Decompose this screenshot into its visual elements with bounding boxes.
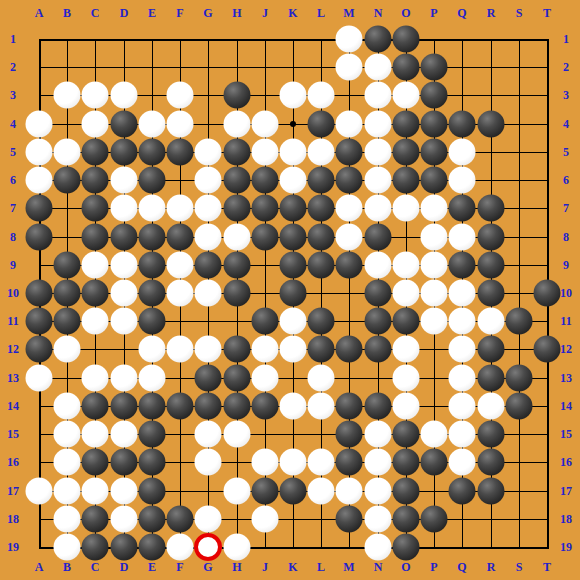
intersection-J10[interactable]	[251, 279, 279, 307]
white-stone-N16	[365, 449, 392, 476]
white-stone-P11	[421, 308, 448, 335]
col-label-top-G: G	[203, 7, 212, 19]
intersection-N13[interactable]	[364, 364, 392, 392]
intersection-F13[interactable]	[166, 364, 194, 392]
white-stone-G10	[195, 280, 222, 307]
intersection-H11[interactable]	[223, 307, 251, 335]
intersection-B4[interactable]	[53, 110, 81, 138]
col-label-top-B: B	[63, 7, 71, 19]
white-stone-K14	[280, 393, 307, 420]
white-stone-G8	[195, 224, 222, 251]
intersection-A1[interactable]	[25, 25, 53, 53]
black-stone-F18	[167, 506, 194, 533]
intersection-M11[interactable]	[335, 307, 363, 335]
intersection-J15[interactable]	[251, 420, 279, 448]
black-stone-N10	[365, 280, 392, 307]
black-stone-A8	[26, 224, 53, 251]
white-stone-A4	[26, 111, 53, 138]
white-stone-R14	[478, 393, 505, 420]
intersection-T15[interactable]	[533, 420, 561, 448]
col-label-bottom-D: D	[120, 561, 129, 573]
intersection-J19[interactable]	[251, 533, 279, 561]
white-stone-L13	[308, 365, 335, 392]
white-stone-H4	[224, 111, 251, 138]
black-stone-C5	[82, 139, 109, 166]
black-stone-O5	[393, 139, 420, 166]
black-stone-E16	[139, 449, 166, 476]
col-label-bottom-L: L	[317, 561, 325, 573]
black-stone-J17	[252, 478, 279, 505]
intersection-G11[interactable]	[194, 307, 222, 335]
intersection-S2[interactable]	[505, 53, 533, 81]
col-label-bottom-N: N	[374, 561, 383, 573]
row-label-right-7: 7	[563, 202, 569, 214]
intersection-T18[interactable]	[533, 505, 561, 533]
white-stone-Q13	[449, 365, 476, 392]
black-stone-N14	[365, 393, 392, 420]
white-stone-D10	[111, 280, 138, 307]
row-label-right-6: 6	[563, 174, 569, 186]
black-stone-G14	[195, 393, 222, 420]
white-stone-J5	[252, 139, 279, 166]
black-stone-E15	[139, 421, 166, 448]
intersection-L2[interactable]	[307, 53, 335, 81]
white-stone-G5	[195, 139, 222, 166]
black-stone-N11	[365, 308, 392, 335]
intersection-T17[interactable]	[533, 477, 561, 505]
intersection-P13[interactable]	[420, 364, 448, 392]
black-stone-S14	[506, 393, 533, 420]
black-stone-B10	[54, 280, 81, 307]
black-stone-H14	[224, 393, 251, 420]
intersection-T13[interactable]	[533, 364, 561, 392]
intersection-J2[interactable]	[251, 53, 279, 81]
black-stone-R7	[478, 195, 505, 222]
intersection-G3[interactable]	[194, 81, 222, 109]
intersection-E2[interactable]	[138, 53, 166, 81]
intersection-T9[interactable]	[533, 251, 561, 279]
white-stone-B12	[54, 336, 81, 363]
intersection-R6[interactable]	[477, 166, 505, 194]
white-stone-D13	[111, 365, 138, 392]
col-label-top-Q: Q	[457, 7, 466, 19]
col-label-top-C: C	[91, 7, 100, 19]
intersection-R18[interactable]	[477, 505, 505, 533]
white-stone-D7	[111, 195, 138, 222]
black-stone-F8	[167, 224, 194, 251]
intersection-G2[interactable]	[194, 53, 222, 81]
intersection-T3[interactable]	[533, 81, 561, 109]
intersection-B7[interactable]	[53, 194, 81, 222]
intersection-H16[interactable]	[223, 448, 251, 476]
intersection-T1[interactable]	[533, 25, 561, 53]
black-stone-B11	[54, 308, 81, 335]
black-stone-R13	[478, 365, 505, 392]
intersection-L15[interactable]	[307, 420, 335, 448]
col-label-top-O: O	[401, 7, 410, 19]
black-stone-L4	[308, 111, 335, 138]
intersection-F2[interactable]	[166, 53, 194, 81]
intersection-D2[interactable]	[110, 53, 138, 81]
black-stone-C18	[82, 506, 109, 533]
intersection-S17[interactable]	[505, 477, 533, 505]
black-stone-E8	[139, 224, 166, 251]
white-stone-B15	[54, 421, 81, 448]
black-stone-A7	[26, 195, 53, 222]
intersection-L1[interactable]	[307, 25, 335, 53]
intersection-K18[interactable]	[279, 505, 307, 533]
intersection-R3[interactable]	[477, 81, 505, 109]
black-stone-F14	[167, 393, 194, 420]
intersection-S7[interactable]	[505, 194, 533, 222]
black-stone-H13	[224, 365, 251, 392]
row-label-left-1: 1	[10, 33, 16, 45]
row-label-right-14: 14	[560, 400, 572, 412]
white-stone-J13	[252, 365, 279, 392]
intersection-K19[interactable]	[279, 533, 307, 561]
black-stone-H6	[224, 167, 251, 194]
black-stone-B6	[54, 167, 81, 194]
black-stone-T12	[534, 336, 561, 363]
white-stone-D9	[111, 252, 138, 279]
black-stone-P18	[421, 506, 448, 533]
intersection-K13[interactable]	[279, 364, 307, 392]
intersection-H1[interactable]	[223, 25, 251, 53]
black-stone-B9	[54, 252, 81, 279]
intersection-J9[interactable]	[251, 251, 279, 279]
white-stone-L3	[308, 82, 335, 109]
intersection-A15[interactable]	[25, 420, 53, 448]
white-stone-C9	[82, 252, 109, 279]
row-label-left-7: 7	[10, 202, 16, 214]
white-stone-E13	[139, 365, 166, 392]
white-stone-L5	[308, 139, 335, 166]
row-label-right-12: 12	[560, 343, 572, 355]
intersection-T7[interactable]	[533, 194, 561, 222]
intersection-D12[interactable]	[110, 335, 138, 363]
intersection-T4[interactable]	[533, 110, 561, 138]
black-stone-Q9	[449, 252, 476, 279]
black-stone-R12	[478, 336, 505, 363]
white-stone-N7	[365, 195, 392, 222]
intersection-D1[interactable]	[110, 25, 138, 53]
row-label-right-17: 17	[560, 485, 572, 497]
white-stone-Q5	[449, 139, 476, 166]
white-stone-A6	[26, 167, 53, 194]
white-stone-N9	[365, 252, 392, 279]
intersection-L18[interactable]	[307, 505, 335, 533]
intersection-F17[interactable]	[166, 477, 194, 505]
row-label-left-8: 8	[10, 231, 16, 243]
intersection-B8[interactable]	[53, 223, 81, 251]
intersection-F1[interactable]	[166, 25, 194, 53]
intersection-T5[interactable]	[533, 138, 561, 166]
intersection-C2[interactable]	[81, 53, 109, 81]
intersection-S6[interactable]	[505, 166, 533, 194]
go-board: AABBCCDDEEFFGGHHJJKKLLMMNNOOPPQQRRSSTT11…	[0, 0, 580, 580]
intersection-O8[interactable]	[392, 223, 420, 251]
intersection-F11[interactable]	[166, 307, 194, 335]
white-stone-Q15	[449, 421, 476, 448]
white-stone-B5	[54, 139, 81, 166]
white-stone-M7	[336, 195, 363, 222]
col-label-bottom-M: M	[343, 561, 354, 573]
white-stone-B3	[54, 82, 81, 109]
white-stone-H17	[224, 478, 251, 505]
black-stone-S13	[506, 365, 533, 392]
white-stone-J4	[252, 111, 279, 138]
intersection-P1[interactable]	[420, 25, 448, 53]
col-label-bottom-R: R	[487, 561, 496, 573]
intersection-G1[interactable]	[194, 25, 222, 53]
white-stone-M8	[336, 224, 363, 251]
white-stone-H19	[224, 534, 251, 561]
intersection-L10[interactable]	[307, 279, 335, 307]
black-stone-M15	[336, 421, 363, 448]
intersection-P14[interactable]	[420, 392, 448, 420]
black-stone-K10	[280, 280, 307, 307]
white-stone-N15	[365, 421, 392, 448]
white-stone-K5	[280, 139, 307, 166]
white-stone-O7	[393, 195, 420, 222]
black-stone-D4	[111, 111, 138, 138]
intersection-R1[interactable]	[477, 25, 505, 53]
white-stone-D3	[111, 82, 138, 109]
intersection-H18[interactable]	[223, 505, 251, 533]
black-stone-A10	[26, 280, 53, 307]
intersection-T8[interactable]	[533, 223, 561, 251]
white-stone-E4	[139, 111, 166, 138]
white-stone-F19	[167, 534, 194, 561]
col-label-top-R: R	[487, 7, 496, 19]
intersection-Q3[interactable]	[448, 81, 476, 109]
intersection-T2[interactable]	[533, 53, 561, 81]
black-stone-Q17	[449, 478, 476, 505]
white-stone-H8	[224, 224, 251, 251]
intersection-E1[interactable]	[138, 25, 166, 53]
intersection-K4[interactable]	[279, 110, 307, 138]
col-label-top-T: T	[543, 7, 551, 19]
intersection-G17[interactable]	[194, 477, 222, 505]
intersection-F6[interactable]	[166, 166, 194, 194]
intersection-T16[interactable]	[533, 448, 561, 476]
black-stone-C16	[82, 449, 109, 476]
col-label-top-D: D	[120, 7, 129, 19]
black-stone-O6	[393, 167, 420, 194]
intersection-F16[interactable]	[166, 448, 194, 476]
intersection-S5[interactable]	[505, 138, 533, 166]
intersection-A16[interactable]	[25, 448, 53, 476]
white-stone-Q6	[449, 167, 476, 194]
intersection-L19[interactable]	[307, 533, 335, 561]
intersection-Q18[interactable]	[448, 505, 476, 533]
row-label-left-12: 12	[7, 343, 19, 355]
intersection-A9[interactable]	[25, 251, 53, 279]
white-stone-O3	[393, 82, 420, 109]
intersection-B13[interactable]	[53, 364, 81, 392]
intersection-M3[interactable]	[335, 81, 363, 109]
black-stone-S11	[506, 308, 533, 335]
col-label-top-E: E	[148, 7, 156, 19]
intersection-T19[interactable]	[533, 533, 561, 561]
black-stone-P3	[421, 82, 448, 109]
intersection-S18[interactable]	[505, 505, 533, 533]
white-stone-N19	[365, 534, 392, 561]
white-stone-F4	[167, 111, 194, 138]
white-stone-N5	[365, 139, 392, 166]
white-stone-C17	[82, 478, 109, 505]
white-stone-M17	[336, 478, 363, 505]
white-stone-O14	[393, 393, 420, 420]
intersection-C1[interactable]	[81, 25, 109, 53]
intersection-S19[interactable]	[505, 533, 533, 561]
black-stone-K7	[280, 195, 307, 222]
row-label-right-4: 4	[563, 118, 569, 130]
black-stone-M18	[336, 506, 363, 533]
col-label-bottom-K: K	[288, 561, 297, 573]
white-stone-L17	[308, 478, 335, 505]
white-stone-B14	[54, 393, 81, 420]
white-stone-D15	[111, 421, 138, 448]
black-stone-M12	[336, 336, 363, 363]
row-label-left-4: 4	[10, 118, 16, 130]
row-label-right-15: 15	[560, 428, 572, 440]
intersection-P17[interactable]	[420, 477, 448, 505]
white-stone-F7	[167, 195, 194, 222]
black-stone-D8	[111, 224, 138, 251]
col-label-bottom-E: E	[148, 561, 156, 573]
intersection-M13[interactable]	[335, 364, 363, 392]
intersection-B1[interactable]	[53, 25, 81, 53]
white-stone-F3	[167, 82, 194, 109]
black-stone-E11	[139, 308, 166, 335]
intersection-A14[interactable]	[25, 392, 53, 420]
intersection-Q2[interactable]	[448, 53, 476, 81]
black-stone-M14	[336, 393, 363, 420]
black-stone-M5	[336, 139, 363, 166]
intersection-S10[interactable]	[505, 279, 533, 307]
intersection-A3[interactable]	[25, 81, 53, 109]
black-stone-K8	[280, 224, 307, 251]
white-stone-D6	[111, 167, 138, 194]
black-stone-H7	[224, 195, 251, 222]
intersection-A19[interactable]	[25, 533, 53, 561]
intersection-S15[interactable]	[505, 420, 533, 448]
black-stone-C8	[82, 224, 109, 251]
white-stone-J16	[252, 449, 279, 476]
intersection-S16[interactable]	[505, 448, 533, 476]
intersection-E3[interactable]	[138, 81, 166, 109]
intersection-R2[interactable]	[477, 53, 505, 81]
row-label-right-8: 8	[563, 231, 569, 243]
white-stone-F9	[167, 252, 194, 279]
black-stone-N8	[365, 224, 392, 251]
white-stone-M2	[336, 54, 363, 81]
black-stone-P5	[421, 139, 448, 166]
white-stone-C4	[82, 111, 109, 138]
intersection-K1[interactable]	[279, 25, 307, 53]
white-stone-O13	[393, 365, 420, 392]
white-stone-E12	[139, 336, 166, 363]
row-label-left-2: 2	[10, 61, 16, 73]
black-stone-D19	[111, 534, 138, 561]
intersection-S4[interactable]	[505, 110, 533, 138]
intersection-H2[interactable]	[223, 53, 251, 81]
white-stone-N17	[365, 478, 392, 505]
black-stone-D5	[111, 139, 138, 166]
black-stone-E10	[139, 280, 166, 307]
intersection-T11[interactable]	[533, 307, 561, 335]
intersection-T14[interactable]	[533, 392, 561, 420]
white-stone-B16	[54, 449, 81, 476]
black-stone-R15	[478, 421, 505, 448]
black-stone-C19	[82, 534, 109, 561]
intersection-K15[interactable]	[279, 420, 307, 448]
black-stone-H5	[224, 139, 251, 166]
black-stone-T10	[534, 280, 561, 307]
intersection-R5[interactable]	[477, 138, 505, 166]
black-stone-G9	[195, 252, 222, 279]
white-stone-D11	[111, 308, 138, 335]
col-label-bottom-H: H	[232, 561, 241, 573]
col-label-top-H: H	[232, 7, 241, 19]
intersection-C12[interactable]	[81, 335, 109, 363]
intersection-P12[interactable]	[420, 335, 448, 363]
intersection-F15[interactable]	[166, 420, 194, 448]
intersection-P19[interactable]	[420, 533, 448, 561]
intersection-S12[interactable]	[505, 335, 533, 363]
intersection-A2[interactable]	[25, 53, 53, 81]
intersection-Q19[interactable]	[448, 533, 476, 561]
white-stone-G18	[195, 506, 222, 533]
black-stone-R8	[478, 224, 505, 251]
intersection-Q1[interactable]	[448, 25, 476, 53]
intersection-S3[interactable]	[505, 81, 533, 109]
intersection-S9[interactable]	[505, 251, 533, 279]
intersection-B2[interactable]	[53, 53, 81, 81]
intersection-M19[interactable]	[335, 533, 363, 561]
intersection-J1[interactable]	[251, 25, 279, 53]
black-stone-A11	[26, 308, 53, 335]
col-label-bottom-P: P	[430, 561, 437, 573]
white-stone-Q14	[449, 393, 476, 420]
intersection-R19[interactable]	[477, 533, 505, 561]
black-stone-L8	[308, 224, 335, 251]
intersection-T6[interactable]	[533, 166, 561, 194]
intersection-A18[interactable]	[25, 505, 53, 533]
intersection-M10[interactable]	[335, 279, 363, 307]
col-label-top-M: M	[343, 7, 354, 19]
intersection-S1[interactable]	[505, 25, 533, 53]
black-stone-C7	[82, 195, 109, 222]
black-stone-Q4	[449, 111, 476, 138]
white-stone-B19	[54, 534, 81, 561]
col-label-top-L: L	[317, 7, 325, 19]
white-stone-L16	[308, 449, 335, 476]
white-stone-A17	[26, 478, 53, 505]
black-stone-J7	[252, 195, 279, 222]
black-stone-P6	[421, 167, 448, 194]
white-stone-C13	[82, 365, 109, 392]
col-label-top-P: P	[430, 7, 437, 19]
intersection-S8[interactable]	[505, 223, 533, 251]
white-stone-Q11	[449, 308, 476, 335]
intersection-K2[interactable]	[279, 53, 307, 81]
intersection-J3[interactable]	[251, 81, 279, 109]
intersection-G4[interactable]	[194, 110, 222, 138]
col-label-bottom-A: A	[35, 561, 44, 573]
white-stone-D18	[111, 506, 138, 533]
